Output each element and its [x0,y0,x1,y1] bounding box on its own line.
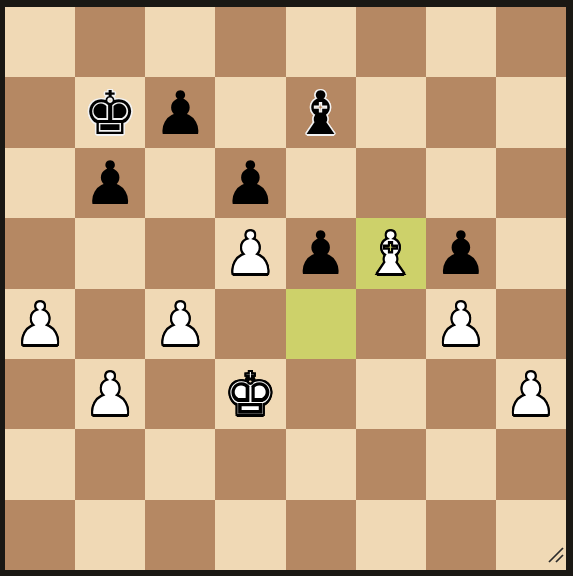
square-c1[interactable] [145,500,215,570]
square-d2[interactable] [215,429,285,499]
piece-black-pawn[interactable]: ♟ [434,223,488,283]
square-e4[interactable] [286,289,356,359]
piece-white-king[interactable]: ♚ [224,364,278,424]
square-h4[interactable] [496,289,566,359]
square-f3[interactable] [356,359,426,429]
piece-black-pawn[interactable]: ♟ [224,153,278,213]
square-b8[interactable] [75,7,145,77]
square-a7[interactable] [5,77,75,147]
square-a5[interactable] [5,218,75,288]
square-g2[interactable] [426,429,496,499]
square-f8[interactable] [356,7,426,77]
square-c5[interactable] [145,218,215,288]
square-c4[interactable]: ♟ [145,289,215,359]
square-e6[interactable] [286,148,356,218]
piece-black-pawn[interactable]: ♟ [153,83,207,143]
square-b2[interactable] [75,429,145,499]
square-g5[interactable]: ♟ [426,218,496,288]
square-c3[interactable] [145,359,215,429]
square-a1[interactable] [5,500,75,570]
square-h2[interactable] [496,429,566,499]
square-h8[interactable] [496,7,566,77]
square-f6[interactable] [356,148,426,218]
square-e7[interactable]: ♝ [286,77,356,147]
square-h6[interactable] [496,148,566,218]
piece-white-pawn[interactable]: ♟ [153,294,207,354]
square-c2[interactable] [145,429,215,499]
square-a6[interactable] [5,148,75,218]
piece-black-king[interactable]: ♚ [83,83,137,143]
square-g7[interactable] [426,77,496,147]
square-b4[interactable] [75,289,145,359]
square-b1[interactable] [75,500,145,570]
square-d7[interactable] [215,77,285,147]
square-h7[interactable] [496,77,566,147]
square-c8[interactable] [145,7,215,77]
square-e3[interactable] [286,359,356,429]
square-e5[interactable]: ♟ [286,218,356,288]
square-d5[interactable]: ♟ [215,218,285,288]
square-g3[interactable] [426,359,496,429]
square-g1[interactable] [426,500,496,570]
square-d6[interactable]: ♟ [215,148,285,218]
square-f4[interactable] [356,289,426,359]
board-resize-handle[interactable] [547,546,564,563]
square-f2[interactable] [356,429,426,499]
square-b5[interactable] [75,218,145,288]
piece-black-pawn[interactable]: ♟ [83,153,137,213]
piece-white-pawn[interactable]: ♟ [83,364,137,424]
piece-white-pawn[interactable]: ♟ [224,223,278,283]
square-a2[interactable] [5,429,75,499]
square-g6[interactable] [426,148,496,218]
square-f5[interactable]: ♝ [356,218,426,288]
square-c6[interactable] [145,148,215,218]
piece-white-pawn[interactable]: ♟ [504,364,558,424]
square-f7[interactable] [356,77,426,147]
square-h3[interactable]: ♟ [496,359,566,429]
square-e8[interactable] [286,7,356,77]
square-g8[interactable] [426,7,496,77]
piece-white-pawn[interactable]: ♟ [13,294,67,354]
piece-black-pawn[interactable]: ♟ [294,223,348,283]
square-f1[interactable] [356,500,426,570]
chess-board: ♚♟♝♟♟♟♟♝♟♟♟♟♟♚♟ [5,7,566,570]
resize-grip-icon [547,546,564,563]
square-d4[interactable] [215,289,285,359]
square-g4[interactable]: ♟ [426,289,496,359]
piece-black-bishop[interactable]: ♝ [294,83,348,143]
square-c7[interactable]: ♟ [145,77,215,147]
square-a8[interactable] [5,7,75,77]
square-e1[interactable] [286,500,356,570]
square-d8[interactable] [215,7,285,77]
square-d1[interactable] [215,500,285,570]
square-b6[interactable]: ♟ [75,148,145,218]
square-b3[interactable]: ♟ [75,359,145,429]
square-h5[interactable] [496,218,566,288]
square-b7[interactable]: ♚ [75,77,145,147]
piece-white-pawn[interactable]: ♟ [434,294,488,354]
board-frame: ♚♟♝♟♟♟♟♝♟♟♟♟♟♚♟ [0,0,573,576]
piece-white-bishop[interactable]: ♝ [364,223,418,283]
square-e2[interactable] [286,429,356,499]
square-d3[interactable]: ♚ [215,359,285,429]
square-a4[interactable]: ♟ [5,289,75,359]
square-a3[interactable] [5,359,75,429]
